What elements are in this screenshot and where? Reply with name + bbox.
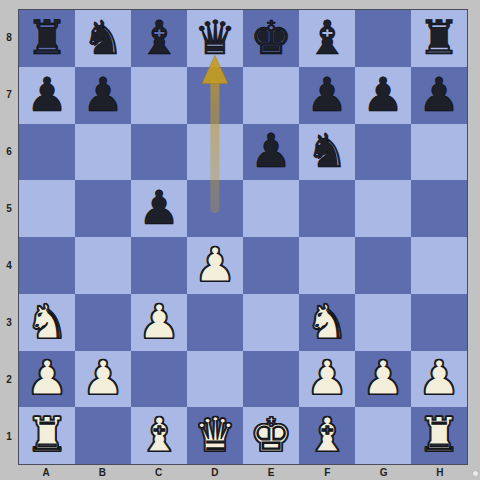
- piece-black-pawn[interactable]: ♟: [82, 71, 124, 118]
- piece-white-pawn[interactable]: ♟: [362, 354, 404, 401]
- square-e4[interactable]: [243, 237, 299, 294]
- rank-labels: 87654321: [0, 9, 18, 465]
- square-b1[interactable]: [75, 407, 131, 464]
- rank-label-4: 4: [0, 237, 18, 294]
- square-e8[interactable]: ♚: [243, 10, 299, 67]
- piece-black-pawn[interactable]: ♟: [138, 184, 180, 231]
- square-b2[interactable]: ♟: [75, 351, 131, 408]
- piece-white-pawn[interactable]: ♟: [194, 241, 236, 288]
- piece-white-bishop[interactable]: ♝: [306, 411, 348, 458]
- piece-black-pawn[interactable]: ♟: [250, 127, 292, 174]
- square-a4[interactable]: [19, 237, 75, 294]
- square-g5[interactable]: [355, 180, 411, 237]
- piece-black-bishop[interactable]: ♝: [138, 14, 180, 61]
- piece-black-queen[interactable]: ♛: [194, 14, 236, 61]
- piece-black-king[interactable]: ♚: [250, 14, 292, 61]
- piece-white-pawn[interactable]: ♟: [82, 354, 124, 401]
- square-e1[interactable]: ♚: [243, 407, 299, 464]
- piece-white-rook[interactable]: ♜: [418, 411, 460, 458]
- file-label-h: H: [412, 465, 468, 480]
- square-g6[interactable]: [355, 124, 411, 181]
- file-label-f: F: [299, 465, 355, 480]
- square-e7[interactable]: [243, 67, 299, 124]
- piece-white-bishop[interactable]: ♝: [138, 411, 180, 458]
- file-label-c: C: [131, 465, 187, 480]
- piece-black-pawn[interactable]: ♟: [26, 71, 68, 118]
- piece-black-bishop[interactable]: ♝: [306, 14, 348, 61]
- square-d7[interactable]: [187, 67, 243, 124]
- square-f1[interactable]: ♝: [299, 407, 355, 464]
- square-f7[interactable]: ♟: [299, 67, 355, 124]
- square-b8[interactable]: ♞: [75, 10, 131, 67]
- piece-black-pawn[interactable]: ♟: [418, 71, 460, 118]
- square-h5[interactable]: [411, 180, 467, 237]
- square-c7[interactable]: [131, 67, 187, 124]
- square-a7[interactable]: ♟: [19, 67, 75, 124]
- square-b5[interactable]: [75, 180, 131, 237]
- rank-label-6: 6: [0, 123, 18, 180]
- piece-white-rook[interactable]: ♜: [26, 411, 68, 458]
- square-h2[interactable]: ♟: [411, 351, 467, 408]
- piece-white-knight[interactable]: ♞: [306, 298, 348, 345]
- square-a6[interactable]: [19, 124, 75, 181]
- square-c4[interactable]: [131, 237, 187, 294]
- square-h7[interactable]: ♟: [411, 67, 467, 124]
- piece-white-queen[interactable]: ♛: [194, 411, 236, 458]
- square-g1[interactable]: [355, 407, 411, 464]
- square-a8[interactable]: ♜: [19, 10, 75, 67]
- square-g4[interactable]: [355, 237, 411, 294]
- square-c1[interactable]: ♝: [131, 407, 187, 464]
- piece-white-king[interactable]: ♚: [250, 411, 292, 458]
- square-h8[interactable]: ♜: [411, 10, 467, 67]
- square-e2[interactable]: [243, 351, 299, 408]
- square-d5[interactable]: [187, 180, 243, 237]
- rank-label-1: 1: [0, 408, 18, 465]
- piece-black-pawn[interactable]: ♟: [362, 71, 404, 118]
- resize-grip-dot: [473, 471, 478, 476]
- square-g3[interactable]: [355, 294, 411, 351]
- piece-black-rook[interactable]: ♜: [418, 14, 460, 61]
- square-g2[interactable]: ♟: [355, 351, 411, 408]
- piece-white-pawn[interactable]: ♟: [138, 298, 180, 345]
- piece-white-pawn[interactable]: ♟: [26, 354, 68, 401]
- file-labels: ABCDEFGH: [18, 465, 468, 480]
- square-f8[interactable]: ♝: [299, 10, 355, 67]
- chess-board[interactable]: ♜♞♝♛♚♝♜♟♟♟♟♟♟♞♟♟♞♟♞♟♟♟♟♟♜♝♛♚♝♜: [18, 9, 468, 465]
- square-d6[interactable]: [187, 124, 243, 181]
- square-d2[interactable]: [187, 351, 243, 408]
- square-f5[interactable]: [299, 180, 355, 237]
- square-f6[interactable]: ♞: [299, 124, 355, 181]
- square-c2[interactable]: [131, 351, 187, 408]
- square-f3[interactable]: ♞: [299, 294, 355, 351]
- piece-white-knight[interactable]: ♞: [26, 298, 68, 345]
- square-a3[interactable]: ♞: [19, 294, 75, 351]
- piece-white-pawn[interactable]: ♟: [306, 354, 348, 401]
- square-c3[interactable]: ♟: [131, 294, 187, 351]
- square-a2[interactable]: ♟: [19, 351, 75, 408]
- piece-black-knight[interactable]: ♞: [306, 127, 348, 174]
- square-d8[interactable]: ♛: [187, 10, 243, 67]
- file-label-a: A: [18, 465, 74, 480]
- square-b3[interactable]: [75, 294, 131, 351]
- rank-label-8: 8: [0, 9, 18, 66]
- square-a5[interactable]: [19, 180, 75, 237]
- rank-label-2: 2: [0, 351, 18, 408]
- square-h6[interactable]: [411, 124, 467, 181]
- square-h1[interactable]: ♜: [411, 407, 467, 464]
- rank-label-5: 5: [0, 180, 18, 237]
- square-g8[interactable]: [355, 10, 411, 67]
- square-c6[interactable]: [131, 124, 187, 181]
- square-e5[interactable]: [243, 180, 299, 237]
- square-b6[interactable]: [75, 124, 131, 181]
- piece-black-rook[interactable]: ♜: [26, 14, 68, 61]
- square-d4[interactable]: ♟: [187, 237, 243, 294]
- piece-black-pawn[interactable]: ♟: [306, 71, 348, 118]
- square-h4[interactable]: [411, 237, 467, 294]
- square-g7[interactable]: ♟: [355, 67, 411, 124]
- square-b7[interactable]: ♟: [75, 67, 131, 124]
- rank-label-7: 7: [0, 66, 18, 123]
- square-a1[interactable]: ♜: [19, 407, 75, 464]
- square-f2[interactable]: ♟: [299, 351, 355, 408]
- file-label-d: D: [187, 465, 243, 480]
- chess-app-window: 87654321 ♜♞♝♛♚♝♜♟♟♟♟♟♟♞♟♟♞♟♞♟♟♟♟♟♜♝♛♚♝♜ …: [0, 0, 480, 480]
- file-label-b: B: [74, 465, 130, 480]
- square-c5[interactable]: ♟: [131, 180, 187, 237]
- square-e6[interactable]: ♟: [243, 124, 299, 181]
- piece-black-knight[interactable]: ♞: [82, 14, 124, 61]
- rank-label-3: 3: [0, 294, 18, 351]
- square-e3[interactable]: [243, 294, 299, 351]
- file-label-e: E: [243, 465, 299, 480]
- square-d3[interactable]: [187, 294, 243, 351]
- square-h3[interactable]: [411, 294, 467, 351]
- piece-white-pawn[interactable]: ♟: [418, 354, 460, 401]
- square-c8[interactable]: ♝: [131, 10, 187, 67]
- file-label-g: G: [356, 465, 412, 480]
- square-d1[interactable]: ♛: [187, 407, 243, 464]
- square-b4[interactable]: [75, 237, 131, 294]
- square-f4[interactable]: [299, 237, 355, 294]
